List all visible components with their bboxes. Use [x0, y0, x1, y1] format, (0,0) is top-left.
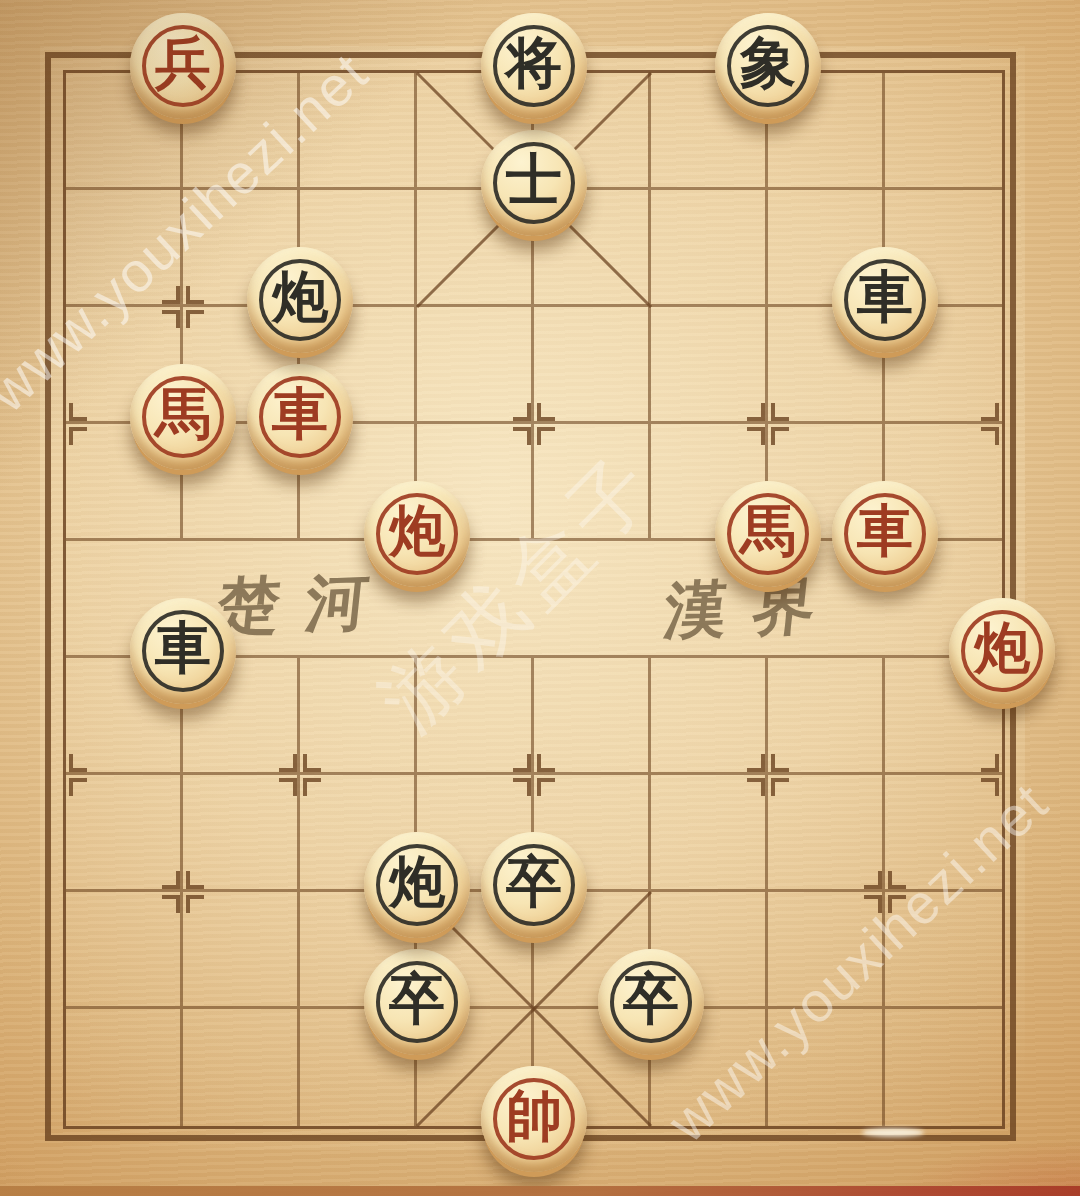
piece-black-elephant[interactable]: 象 — [715, 13, 821, 119]
piece-glyph: 兵 — [130, 11, 236, 117]
piece-glyph: 車 — [130, 596, 236, 702]
piece-glyph: 卒 — [598, 947, 704, 1053]
piece-red-cannon[interactable]: 炮 — [364, 481, 470, 587]
piece-glyph: 馬 — [130, 362, 236, 468]
xiangqi-board: 楚河 漢界 帥卒卒卒炮炮車車馬炮車馬車炮士象将兵 www.youxihezi.n… — [0, 0, 1080, 1196]
piece-black-chariot[interactable]: 車 — [832, 247, 938, 353]
piece-red-chariot[interactable]: 車 — [247, 364, 353, 470]
piece-glyph: 象 — [715, 11, 821, 117]
bottom-edge-band — [0, 1186, 1080, 1196]
piece-black-chariot[interactable]: 車 — [130, 598, 236, 704]
piece-red-chariot[interactable]: 車 — [832, 481, 938, 587]
piece-glyph: 馬 — [715, 479, 821, 585]
piece-red-pawn[interactable]: 兵 — [130, 13, 236, 119]
piece-glyph: 車 — [247, 362, 353, 468]
piece-glyph: 将 — [481, 11, 587, 117]
piece-black-soldier[interactable]: 卒 — [364, 949, 470, 1055]
piece-glyph: 炮 — [364, 479, 470, 585]
piece-glyph: 卒 — [364, 947, 470, 1053]
piece-glyph: 帥 — [481, 1064, 587, 1170]
piece-black-cannon[interactable]: 炮 — [247, 247, 353, 353]
piece-black-soldier[interactable]: 卒 — [481, 832, 587, 938]
piece-red-horse[interactable]: 馬 — [130, 364, 236, 470]
piece-black-soldier[interactable]: 卒 — [598, 949, 704, 1055]
piece-glyph: 車 — [832, 245, 938, 351]
piece-red-horse[interactable]: 馬 — [715, 481, 821, 587]
pieces-layer: 帥卒卒卒炮炮車車馬炮車馬車炮士象将兵 — [0, 0, 1080, 1196]
piece-glyph: 炮 — [247, 245, 353, 351]
piece-glyph: 炮 — [364, 830, 470, 936]
piece-red-cannon[interactable]: 炮 — [949, 598, 1055, 704]
piece-red-general[interactable]: 帥 — [481, 1066, 587, 1172]
piece-black-cannon[interactable]: 炮 — [364, 832, 470, 938]
piece-black-advisor[interactable]: 士 — [481, 130, 587, 236]
piece-glyph: 卒 — [481, 830, 587, 936]
piece-glyph: 車 — [832, 479, 938, 585]
piece-glyph: 炮 — [949, 596, 1055, 702]
piece-black-general[interactable]: 将 — [481, 13, 587, 119]
piece-glyph: 士 — [481, 128, 587, 234]
